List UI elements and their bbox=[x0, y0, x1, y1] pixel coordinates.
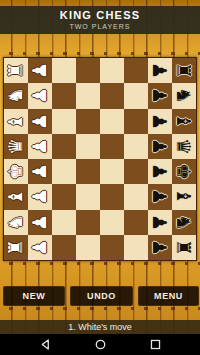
square-d8[interactable]: ♛ bbox=[172, 134, 196, 159]
app-title: KING CHESS bbox=[60, 10, 140, 21]
black-queen: ♛ bbox=[174, 138, 193, 155]
white-pawn: ♟ bbox=[30, 163, 49, 180]
app-subtitle: TWO PLAYERS bbox=[69, 23, 130, 30]
square-e1[interactable]: ♚ bbox=[4, 159, 28, 184]
wood-nail-row-top bbox=[0, 52, 200, 55]
black-pawn: ♟ bbox=[150, 188, 169, 205]
square-h7[interactable]: ♟ bbox=[148, 235, 172, 260]
square-f4[interactable] bbox=[76, 184, 100, 209]
black-pawn: ♟ bbox=[150, 163, 169, 180]
move-status-bar: 1. White's move bbox=[0, 320, 200, 334]
square-a2[interactable]: ♟ bbox=[28, 58, 52, 83]
android-nav-bar bbox=[0, 334, 200, 355]
square-f3[interactable] bbox=[52, 184, 76, 209]
menu-button[interactable]: MENU bbox=[138, 286, 199, 306]
home-icon[interactable] bbox=[93, 338, 107, 352]
square-g6[interactable] bbox=[124, 210, 148, 235]
white-queen: ♛ bbox=[6, 138, 25, 155]
square-d5[interactable] bbox=[100, 134, 124, 159]
square-f2[interactable]: ♟ bbox=[28, 184, 52, 209]
undo-button[interactable]: UNDO bbox=[70, 286, 133, 306]
square-f7[interactable]: ♟ bbox=[148, 184, 172, 209]
back-icon[interactable] bbox=[38, 338, 52, 352]
square-d1[interactable]: ♛ bbox=[4, 134, 28, 159]
white-pawn: ♟ bbox=[30, 113, 49, 130]
white-bishop: ♝ bbox=[6, 188, 25, 205]
square-c3[interactable] bbox=[52, 109, 76, 134]
square-g5[interactable] bbox=[100, 210, 124, 235]
white-pawn: ♟ bbox=[30, 214, 49, 231]
square-a4[interactable] bbox=[76, 58, 100, 83]
black-pawn: ♟ bbox=[150, 62, 169, 79]
square-e8[interactable]: ♚ bbox=[172, 159, 196, 184]
square-b1[interactable]: ♞ bbox=[4, 83, 28, 108]
black-pawn: ♟ bbox=[150, 87, 169, 104]
wood-nail-row-bottom bbox=[0, 262, 200, 265]
white-rook: ♜ bbox=[6, 62, 25, 79]
square-f8[interactable]: ♝ bbox=[172, 184, 196, 209]
square-h5[interactable] bbox=[100, 235, 124, 260]
square-e3[interactable] bbox=[52, 159, 76, 184]
square-f6[interactable] bbox=[124, 184, 148, 209]
black-pawn: ♟ bbox=[150, 214, 169, 231]
new-game-button[interactable]: NEW bbox=[3, 286, 65, 306]
square-h8[interactable]: ♜ bbox=[172, 235, 196, 260]
square-h3[interactable] bbox=[52, 235, 76, 260]
square-f5[interactable] bbox=[100, 184, 124, 209]
square-f1[interactable]: ♝ bbox=[4, 184, 28, 209]
square-c8[interactable]: ♝ bbox=[172, 109, 196, 134]
square-g1[interactable]: ♞ bbox=[4, 210, 28, 235]
black-bishop: ♝ bbox=[174, 188, 193, 205]
square-c1[interactable]: ♝ bbox=[4, 109, 28, 134]
black-bishop: ♝ bbox=[174, 113, 193, 130]
square-a6[interactable] bbox=[124, 58, 148, 83]
square-g3[interactable] bbox=[52, 210, 76, 235]
square-c6[interactable] bbox=[124, 109, 148, 134]
square-e4[interactable] bbox=[76, 159, 100, 184]
square-e6[interactable] bbox=[124, 159, 148, 184]
white-pawn: ♟ bbox=[30, 239, 49, 256]
square-d4[interactable] bbox=[76, 134, 100, 159]
chess-board[interactable]: ♜♟♟♜♞♟♟♞♝♟♟♝♛♟♟♛♚♟♟♚♝♟♟♝♞♟♟♞♜♟♟♜ bbox=[3, 57, 197, 261]
black-king: ♚ bbox=[174, 163, 193, 180]
black-pawn: ♟ bbox=[150, 138, 169, 155]
white-pawn: ♟ bbox=[30, 188, 49, 205]
square-d7[interactable]: ♟ bbox=[148, 134, 172, 159]
title-bar: KING CHESS TWO PLAYERS bbox=[0, 6, 200, 34]
white-pawn: ♟ bbox=[30, 62, 49, 79]
app-screen: KING CHESS TWO PLAYERS ♜♟♟♜♞♟♟♞♝♟♟♝♛♟♟♛♚… bbox=[0, 0, 200, 355]
square-a3[interactable] bbox=[52, 58, 76, 83]
square-h4[interactable] bbox=[76, 235, 100, 260]
square-b8[interactable]: ♞ bbox=[172, 83, 196, 108]
square-b5[interactable] bbox=[100, 83, 124, 108]
square-a1[interactable]: ♜ bbox=[4, 58, 28, 83]
square-h6[interactable] bbox=[124, 235, 148, 260]
square-e2[interactable]: ♟ bbox=[28, 159, 52, 184]
square-d3[interactable] bbox=[52, 134, 76, 159]
square-b2[interactable]: ♟ bbox=[28, 83, 52, 108]
square-c7[interactable]: ♟ bbox=[148, 109, 172, 134]
square-d6[interactable] bbox=[124, 134, 148, 159]
square-g2[interactable]: ♟ bbox=[28, 210, 52, 235]
black-rook: ♜ bbox=[174, 62, 193, 79]
black-knight: ♞ bbox=[174, 214, 193, 231]
square-b3[interactable] bbox=[52, 83, 76, 108]
black-knight: ♞ bbox=[174, 87, 193, 104]
white-pawn: ♟ bbox=[30, 87, 49, 104]
white-pawn: ♟ bbox=[30, 138, 49, 155]
square-h1[interactable]: ♜ bbox=[4, 235, 28, 260]
square-b6[interactable] bbox=[124, 83, 148, 108]
wood-nail-row-lower bbox=[0, 307, 200, 310]
square-b4[interactable] bbox=[76, 83, 100, 108]
square-e7[interactable]: ♟ bbox=[148, 159, 172, 184]
square-a7[interactable]: ♟ bbox=[148, 58, 172, 83]
black-pawn: ♟ bbox=[150, 239, 169, 256]
recents-icon[interactable] bbox=[148, 338, 162, 352]
square-g7[interactable]: ♟ bbox=[148, 210, 172, 235]
square-e5[interactable] bbox=[100, 159, 124, 184]
square-c2[interactable]: ♟ bbox=[28, 109, 52, 134]
square-h2[interactable]: ♟ bbox=[28, 235, 52, 260]
move-status-text: 1. White's move bbox=[68, 322, 132, 332]
square-a8[interactable]: ♜ bbox=[172, 58, 196, 83]
square-c5[interactable] bbox=[100, 109, 124, 134]
white-rook: ♜ bbox=[6, 239, 25, 256]
white-bishop: ♝ bbox=[6, 113, 25, 130]
square-a5[interactable] bbox=[100, 58, 124, 83]
square-g8[interactable]: ♞ bbox=[172, 210, 196, 235]
white-king: ♚ bbox=[6, 163, 25, 180]
white-knight: ♞ bbox=[6, 214, 25, 231]
square-g4[interactable] bbox=[76, 210, 100, 235]
black-pawn: ♟ bbox=[150, 113, 169, 130]
square-c4[interactable] bbox=[76, 109, 100, 134]
square-b7[interactable]: ♟ bbox=[148, 83, 172, 108]
square-d2[interactable]: ♟ bbox=[28, 134, 52, 159]
black-rook: ♜ bbox=[174, 239, 193, 256]
white-knight: ♞ bbox=[6, 87, 25, 104]
